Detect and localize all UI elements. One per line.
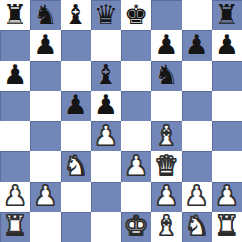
square-e5[interactable] [121,91,151,121]
square-h7[interactable]: ♟ [212,30,242,60]
square-d8[interactable]: ♛ [91,0,121,30]
white-pawn[interactable]: ♟ [124,152,148,179]
black-rook[interactable]: ♜ [3,1,27,28]
white-pawn[interactable]: ♟ [154,182,178,209]
white-pawn[interactable]: ♟ [33,182,57,209]
black-knight[interactable]: ♞ [154,61,178,88]
square-h5[interactable] [212,91,242,121]
square-g2[interactable]: ♟ [182,182,212,212]
square-g7[interactable]: ♟ [182,30,212,60]
square-g8[interactable] [182,0,212,30]
square-c5[interactable]: ♟ [61,91,91,121]
square-d5[interactable]: ♟ [91,91,121,121]
square-b2[interactable]: ♟ [30,182,60,212]
square-c1[interactable] [61,212,91,242]
square-e3[interactable]: ♟ [121,151,151,181]
white-rook[interactable]: ♜ [3,212,27,239]
square-h2[interactable]: ♟ [212,182,242,212]
black-bishop[interactable]: ♝ [94,61,118,88]
square-c8[interactable]: ♝ [61,0,91,30]
black-rook[interactable]: ♜ [215,1,239,28]
square-b4[interactable] [30,121,60,151]
square-a6[interactable]: ♟ [0,61,30,91]
white-knight[interactable]: ♞ [185,212,209,239]
white-knight[interactable]: ♞ [64,152,88,179]
square-f7[interactable]: ♟ [151,30,181,60]
square-a7[interactable] [0,30,30,60]
square-h3[interactable] [212,151,242,181]
black-pawn[interactable]: ♟ [3,61,27,88]
square-f6[interactable]: ♞ [151,61,181,91]
square-a4[interactable] [0,121,30,151]
square-c6[interactable] [61,61,91,91]
white-bishop[interactable]: ♝ [154,212,178,239]
square-c4[interactable] [61,121,91,151]
square-a3[interactable] [0,151,30,181]
black-pawn[interactable]: ♟ [215,31,239,58]
square-h1[interactable]: ♜ [212,212,242,242]
white-bishop[interactable]: ♝ [154,122,178,149]
square-f5[interactable] [151,91,181,121]
square-h6[interactable] [212,61,242,91]
black-pawn[interactable]: ♟ [185,31,209,58]
black-pawn[interactable]: ♟ [33,31,57,58]
square-b3[interactable] [30,151,60,181]
square-e2[interactable] [121,182,151,212]
square-c3[interactable]: ♞ [61,151,91,181]
square-d7[interactable] [91,30,121,60]
square-e4[interactable] [121,121,151,151]
square-g3[interactable] [182,151,212,181]
black-bishop[interactable]: ♝ [64,1,88,28]
square-g4[interactable] [182,121,212,151]
black-pawn[interactable]: ♟ [64,91,88,118]
square-a5[interactable] [0,91,30,121]
square-a1[interactable]: ♜ [0,212,30,242]
black-pawn[interactable]: ♟ [94,91,118,118]
white-pawn[interactable]: ♟ [215,182,239,209]
square-g1[interactable]: ♞ [182,212,212,242]
square-f4[interactable]: ♝ [151,121,181,151]
square-e6[interactable] [121,61,151,91]
square-b1[interactable] [30,212,60,242]
square-f1[interactable]: ♝ [151,212,181,242]
square-d6[interactable]: ♝ [91,61,121,91]
white-rook[interactable]: ♜ [215,212,239,239]
chess-board: ♜♞♝♛♚♜♟♟♟♟♟♝♞♟♟♟♝♞♟♛♟♟♟♟♟♜♚♝♞♜ [0,0,242,242]
square-b8[interactable]: ♞ [30,0,60,30]
white-pawn[interactable]: ♟ [185,182,209,209]
black-pawn[interactable]: ♟ [154,31,178,58]
square-b5[interactable] [30,91,60,121]
white-queen[interactable]: ♛ [154,152,178,179]
white-pawn[interactable]: ♟ [3,182,27,209]
square-c7[interactable] [61,30,91,60]
square-b6[interactable] [30,61,60,91]
square-f2[interactable]: ♟ [151,182,181,212]
square-f3[interactable]: ♛ [151,151,181,181]
square-d2[interactable] [91,182,121,212]
white-pawn[interactable]: ♟ [94,122,118,149]
square-g6[interactable] [182,61,212,91]
white-king[interactable]: ♚ [124,212,148,239]
square-e7[interactable] [121,30,151,60]
black-knight[interactable]: ♞ [33,1,57,28]
square-h4[interactable] [212,121,242,151]
square-a2[interactable]: ♟ [0,182,30,212]
square-f8[interactable] [151,0,181,30]
square-h8[interactable]: ♜ [212,0,242,30]
black-king[interactable]: ♚ [124,1,148,28]
square-d1[interactable] [91,212,121,242]
square-e8[interactable]: ♚ [121,0,151,30]
square-e1[interactable]: ♚ [121,212,151,242]
square-b7[interactable]: ♟ [30,30,60,60]
square-a8[interactable]: ♜ [0,0,30,30]
black-queen[interactable]: ♛ [94,1,118,28]
square-d3[interactable] [91,151,121,181]
square-d4[interactable]: ♟ [91,121,121,151]
square-g5[interactable] [182,91,212,121]
square-c2[interactable] [61,182,91,212]
